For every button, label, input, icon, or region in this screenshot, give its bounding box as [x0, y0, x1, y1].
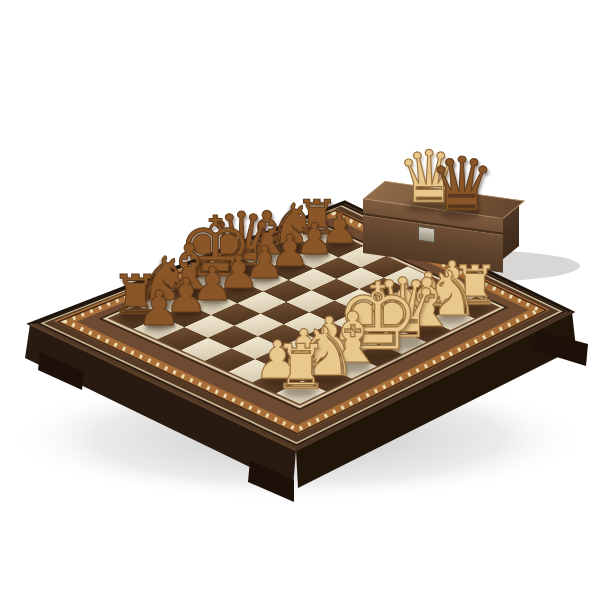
box-latch[interactable]: [418, 226, 435, 243]
storage-box: [0, 0, 600, 600]
product-photo-scene: ♛♛♜♟♞♟♝♟♛♟♚♟♝♟♟♞♜♟♟♜♞♟♟♝♟♛♟♚♟♝♟♞♟♜: [0, 0, 600, 600]
